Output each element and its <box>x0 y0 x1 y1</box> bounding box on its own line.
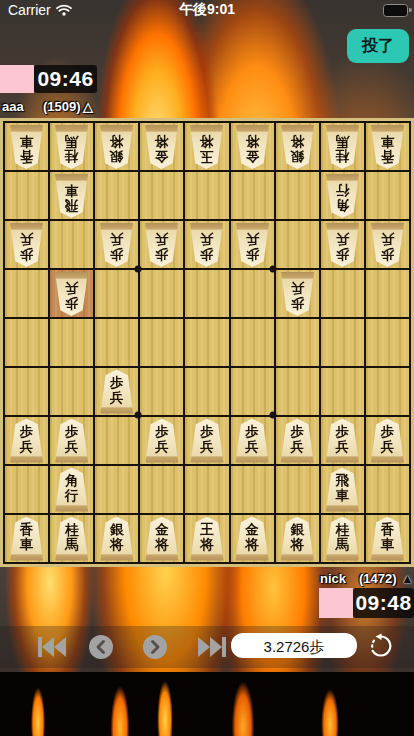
piece-kanji: 歩 <box>200 424 214 439</box>
step-forward-icon <box>143 647 167 662</box>
board-cell-r4c1[interactable] <box>5 270 48 317</box>
board-cell-r1c7[interactable]: 銀将 <box>276 123 319 170</box>
piece-kanji: 銀 <box>290 522 304 537</box>
shogi-board: 香車桂馬銀将金将玉将金将銀将桂馬香車飛車角行歩兵歩兵歩兵歩兵歩兵歩兵歩兵歩兵歩兵… <box>0 118 414 567</box>
shogi-piece-香車-gote[interactable]: 香車 <box>9 125 44 169</box>
board-cell-r3c2[interactable] <box>50 221 93 268</box>
board-cell-r5c7[interactable] <box>276 319 319 366</box>
piece-kanji: 車 <box>20 537 34 552</box>
top-player-name: aaa <box>2 99 24 114</box>
board-cell-r1c8[interactable]: 桂馬 <box>321 123 364 170</box>
star-point <box>270 266 277 273</box>
shogi-piece-歩兵-sente[interactable]: 歩兵 <box>144 419 179 463</box>
piece-kanji: 兵 <box>155 439 169 454</box>
board-cell-r7c9[interactable]: 歩兵 <box>366 417 409 464</box>
piece-kanji: 兵 <box>20 439 34 454</box>
piece-kanji: 兵 <box>110 232 124 247</box>
piece-kanji: 将 <box>290 134 304 149</box>
board-cell-r1c5[interactable]: 玉将 <box>185 123 228 170</box>
board-cell-r2c6[interactable] <box>231 172 274 219</box>
bottom-player-rating: (1472) <box>359 571 397 586</box>
piece-kanji: 歩 <box>336 247 350 262</box>
board-cell-r7c4[interactable]: 歩兵 <box>140 417 183 464</box>
board-cell-r7c3[interactable] <box>95 417 138 464</box>
piece-kanji: 歩 <box>65 296 79 311</box>
board-cell-r2c9[interactable] <box>366 172 409 219</box>
piece-kanji: 行 <box>336 183 350 198</box>
piece-kanji: 将 <box>155 134 169 149</box>
piece-kanji: 兵 <box>155 232 169 247</box>
step-back-button[interactable] <box>89 635 113 662</box>
star-point <box>135 412 142 419</box>
piece-kanji: 香 <box>20 149 34 164</box>
shogi-piece-歩兵-sente[interactable]: 歩兵 <box>235 419 270 463</box>
board-cell-r8c6[interactable] <box>231 466 274 513</box>
shogi-piece-歩兵-gote[interactable]: 歩兵 <box>54 272 89 316</box>
shogi-piece-歩兵-gote[interactable]: 歩兵 <box>370 223 405 267</box>
shogi-piece-桂馬-gote[interactable]: 桂馬 <box>54 125 89 169</box>
board-cell-r2c1[interactable] <box>5 172 48 219</box>
piece-kanji: 銀 <box>110 149 124 164</box>
board-cell-r3c4[interactable]: 歩兵 <box>140 221 183 268</box>
board-cell-r2c8[interactable]: 角行 <box>321 172 364 219</box>
board-cell-r4c4[interactable] <box>140 270 183 317</box>
piece-kanji: 兵 <box>245 232 259 247</box>
piece-kanji: 兵 <box>200 439 214 454</box>
board-cell-r6c3[interactable]: 歩兵 <box>95 368 138 415</box>
shogi-piece-角行-sente[interactable]: 角行 <box>54 468 89 512</box>
board-cell-r8c2[interactable]: 角行 <box>50 466 93 513</box>
piece-kanji: 行 <box>65 488 79 503</box>
piece-kanji: 歩 <box>245 424 259 439</box>
piece-kanji: 車 <box>336 488 350 503</box>
shogi-piece-銀将-sente[interactable]: 銀将 <box>280 517 315 561</box>
board-cell-r6c2[interactable] <box>50 368 93 415</box>
piece-kanji: 金 <box>155 522 169 537</box>
piece-kanji: 車 <box>381 134 395 149</box>
piece-kanji: 金 <box>155 149 169 164</box>
shogi-piece-歩兵-gote[interactable]: 歩兵 <box>325 223 360 267</box>
shogi-piece-香車-gote[interactable]: 香車 <box>370 125 405 169</box>
move-record-field[interactable]: 3.2726歩 <box>231 633 357 658</box>
piece-kanji: 香 <box>20 522 34 537</box>
board-cell-r4c7[interactable]: 歩兵 <box>276 270 319 317</box>
shogi-piece-歩兵-sente[interactable]: 歩兵 <box>280 419 315 463</box>
piece-kanji: 歩 <box>110 375 124 390</box>
shogi-piece-桂馬-gote[interactable]: 桂馬 <box>325 125 360 169</box>
piece-kanji: 角 <box>65 473 79 488</box>
star-point <box>270 412 277 419</box>
board-cell-r9c6[interactable]: 金将 <box>231 515 274 562</box>
piece-kanji: 桂 <box>65 149 79 164</box>
board-cell-r3c6[interactable]: 歩兵 <box>231 221 274 268</box>
board-cell-r3c5[interactable]: 歩兵 <box>185 221 228 268</box>
board-cell-r8c3[interactable] <box>95 466 138 513</box>
shogi-piece-歩兵-gote[interactable]: 歩兵 <box>280 272 315 316</box>
piece-kanji: 馬 <box>336 134 350 149</box>
piece-kanji: 馬 <box>65 537 79 552</box>
board-cell-r8c4[interactable] <box>140 466 183 513</box>
board-cell-r7c6[interactable]: 歩兵 <box>231 417 274 464</box>
top-player-side-mark: △ <box>83 99 93 114</box>
piece-kanji: 王 <box>200 522 214 537</box>
shogi-piece-銀将-gote[interactable]: 銀将 <box>280 125 315 169</box>
shogi-piece-玉将-gote[interactable]: 玉将 <box>189 125 224 169</box>
shogi-piece-歩兵-sente[interactable]: 歩兵 <box>325 419 360 463</box>
piece-kanji: 兵 <box>65 439 79 454</box>
shogi-piece-金将-sente[interactable]: 金将 <box>235 517 270 561</box>
shogi-piece-香車-sente[interactable]: 香車 <box>370 517 405 561</box>
refresh-button[interactable] <box>368 633 394 662</box>
piece-kanji: 飛 <box>336 473 350 488</box>
board-cell-r9c7[interactable]: 銀将 <box>276 515 319 562</box>
board-cell-r7c7[interactable]: 歩兵 <box>276 417 319 464</box>
board-cell-r6c4[interactable] <box>140 368 183 415</box>
board-cell-r5c2[interactable] <box>50 319 93 366</box>
piece-kanji: 将 <box>110 134 124 149</box>
app-screen: Carrier 午後9:01 投了 09:46 aaa (1509) △ 香車桂… <box>0 0 414 736</box>
shogi-piece-王将-sente[interactable]: 王将 <box>189 517 224 561</box>
shogi-piece-金将-gote[interactable]: 金将 <box>144 125 179 169</box>
board-cell-r8c5[interactable] <box>185 466 228 513</box>
piece-kanji: 銀 <box>290 149 304 164</box>
bottom-player-side-mark: ▲ <box>401 571 414 586</box>
piece-kanji: 香 <box>381 522 395 537</box>
board-cell-r5c5[interactable] <box>185 319 228 366</box>
skip-to-end-icon <box>197 646 227 661</box>
board-cell-r5c9[interactable] <box>366 319 409 366</box>
piece-kanji: 兵 <box>245 439 259 454</box>
board-cell-r3c3[interactable]: 歩兵 <box>95 221 138 268</box>
board-cell-r3c7[interactable] <box>276 221 319 268</box>
board-cell-r7c5[interactable]: 歩兵 <box>185 417 228 464</box>
board-cell-r4c8[interactable] <box>321 270 364 317</box>
board-cell-r7c2[interactable]: 歩兵 <box>50 417 93 464</box>
piece-kanji: 銀 <box>110 522 124 537</box>
board-cell-r8c7[interactable] <box>276 466 319 513</box>
piece-kanji: 兵 <box>336 232 350 247</box>
piece-kanji: 馬 <box>65 134 79 149</box>
clock-time: 午後9:01 <box>0 1 414 19</box>
piece-kanji: 兵 <box>20 232 34 247</box>
piece-kanji: 歩 <box>290 296 304 311</box>
board-cell-r4c5[interactable] <box>185 270 228 317</box>
piece-kanji: 将 <box>110 537 124 552</box>
board-cell-r6c9[interactable] <box>366 368 409 415</box>
board-cell-r4c6[interactable] <box>231 270 274 317</box>
step-forward-button[interactable] <box>143 635 167 662</box>
shogi-piece-歩兵-gote[interactable]: 歩兵 <box>9 223 44 267</box>
piece-kanji: 兵 <box>200 232 214 247</box>
resign-button[interactable]: 投了 <box>347 29 409 63</box>
refresh-icon <box>368 647 394 662</box>
star-point <box>135 266 142 273</box>
shogi-piece-歩兵-sente[interactable]: 歩兵 <box>189 419 224 463</box>
piece-kanji: 車 <box>381 537 395 552</box>
piece-kanji: 歩 <box>155 424 169 439</box>
piece-kanji: 兵 <box>381 439 395 454</box>
board-cell-r8c1[interactable] <box>5 466 48 513</box>
piece-kanji: 飛 <box>65 198 79 213</box>
board-cell-r7c8[interactable]: 歩兵 <box>321 417 364 464</box>
shogi-piece-歩兵-sente[interactable]: 歩兵 <box>54 419 89 463</box>
piece-kanji: 金 <box>245 149 259 164</box>
piece-kanji: 将 <box>245 537 259 552</box>
board-cell-r1c2[interactable]: 桂馬 <box>50 123 93 170</box>
piece-kanji: 金 <box>245 522 259 537</box>
piece-kanji: 将 <box>245 134 259 149</box>
board-cell-r2c3[interactable] <box>95 172 138 219</box>
board-cell-r1c1[interactable]: 香車 <box>5 123 48 170</box>
piece-kanji: 兵 <box>381 232 395 247</box>
piece-kanji: 兵 <box>290 281 304 296</box>
piece-kanji: 将 <box>200 134 214 149</box>
board-cell-r6c7[interactable] <box>276 368 319 415</box>
shogi-piece-金将-sente[interactable]: 金将 <box>144 517 179 561</box>
shogi-piece-飛車-sente[interactable]: 飛車 <box>325 468 360 512</box>
board-cell-r6c6[interactable] <box>231 368 274 415</box>
top-player-color-swatch <box>0 65 34 93</box>
piece-kanji: 車 <box>65 183 79 198</box>
board-cell-r4c2[interactable]: 歩兵 <box>50 270 93 317</box>
shogi-piece-歩兵-gote[interactable]: 歩兵 <box>189 223 224 267</box>
shogi-piece-歩兵-sente[interactable]: 歩兵 <box>370 419 405 463</box>
piece-kanji: 歩 <box>336 424 350 439</box>
shogi-piece-桂馬-sente[interactable]: 桂馬 <box>54 517 89 561</box>
board-cell-r2c7[interactable] <box>276 172 319 219</box>
piece-kanji: 将 <box>290 537 304 552</box>
board-cell-r5c4[interactable] <box>140 319 183 366</box>
shogi-piece-歩兵-gote[interactable]: 歩兵 <box>235 223 270 267</box>
board-cell-r3c1[interactable]: 歩兵 <box>5 221 48 268</box>
piece-kanji: 角 <box>336 198 350 213</box>
board-cell-r5c3[interactable] <box>95 319 138 366</box>
piece-kanji: 兵 <box>110 390 124 405</box>
shogi-piece-歩兵-gote[interactable]: 歩兵 <box>99 223 134 267</box>
board-cell-r5c8[interactable] <box>321 319 364 366</box>
shogi-piece-歩兵-sente[interactable]: 歩兵 <box>9 419 44 463</box>
shogi-piece-桂馬-sente[interactable]: 桂馬 <box>325 517 360 561</box>
board-cell-r5c1[interactable] <box>5 319 48 366</box>
shogi-piece-飛車-gote[interactable]: 飛車 <box>54 174 89 218</box>
shogi-piece-歩兵-gote[interactable]: 歩兵 <box>144 223 179 267</box>
piece-kanji: 歩 <box>381 424 395 439</box>
piece-kanji: 歩 <box>245 247 259 262</box>
board-cell-r9c1[interactable]: 香車 <box>5 515 48 562</box>
board-cell-r3c8[interactable]: 歩兵 <box>321 221 364 268</box>
status-bar: Carrier 午後9:01 <box>0 0 414 20</box>
shogi-piece-角行-gote[interactable]: 角行 <box>325 174 360 218</box>
piece-kanji: 将 <box>155 537 169 552</box>
shogi-piece-銀将-gote[interactable]: 銀将 <box>99 125 134 169</box>
piece-kanji: 歩 <box>290 424 304 439</box>
board-cell-r1c4[interactable]: 金将 <box>140 123 183 170</box>
shogi-piece-香車-sente[interactable]: 香車 <box>9 517 44 561</box>
board-cell-r9c8[interactable]: 桂馬 <box>321 515 364 562</box>
board-cell-r9c2[interactable]: 桂馬 <box>50 515 93 562</box>
board-cell-r3c9[interactable]: 歩兵 <box>366 221 409 268</box>
piece-kanji: 玉 <box>200 149 214 164</box>
board-cell-r9c3[interactable]: 銀将 <box>95 515 138 562</box>
board-cell-r4c9[interactable] <box>366 270 409 317</box>
skip-to-start-icon <box>37 646 67 661</box>
board-cell-r8c8[interactable]: 飛車 <box>321 466 364 513</box>
shogi-piece-銀将-sente[interactable]: 銀将 <box>99 517 134 561</box>
board-cell-r6c5[interactable] <box>185 368 228 415</box>
shogi-piece-金将-gote[interactable]: 金将 <box>235 125 270 169</box>
board-grid: 香車桂馬銀将金将玉将金将銀将桂馬香車飛車角行歩兵歩兵歩兵歩兵歩兵歩兵歩兵歩兵歩兵… <box>3 121 411 564</box>
piece-kanji: 歩 <box>110 247 124 262</box>
piece-kanji: 桂 <box>336 149 350 164</box>
board-cell-r2c5[interactable] <box>185 172 228 219</box>
piece-kanji: 歩 <box>200 247 214 262</box>
piece-kanji: 歩 <box>20 424 34 439</box>
board-cell-r1c3[interactable]: 銀将 <box>95 123 138 170</box>
skip-to-end-button[interactable] <box>197 636 227 661</box>
piece-kanji: 歩 <box>381 247 395 262</box>
piece-kanji: 将 <box>200 537 214 552</box>
bottom-player-name: nick <box>320 571 346 586</box>
board-cell-r4c3[interactable] <box>95 270 138 317</box>
top-player-clock: 09:46 <box>34 65 97 93</box>
shogi-piece-歩兵-sente[interactable]: 歩兵 <box>99 370 134 414</box>
board-cell-r1c9[interactable]: 香車 <box>366 123 409 170</box>
board-cell-r1c6[interactable]: 金将 <box>231 123 274 170</box>
piece-kanji: 馬 <box>336 537 350 552</box>
board-cell-r7c1[interactable]: 歩兵 <box>5 417 48 464</box>
piece-kanji: 歩 <box>65 424 79 439</box>
board-cell-r9c9[interactable]: 香車 <box>366 515 409 562</box>
board-cell-r6c1[interactable] <box>5 368 48 415</box>
piece-kanji: 歩 <box>20 247 34 262</box>
piece-kanji: 兵 <box>65 281 79 296</box>
step-back-icon <box>89 647 113 662</box>
board-cell-r9c4[interactable]: 金将 <box>140 515 183 562</box>
piece-kanji: 車 <box>20 134 34 149</box>
battery-icon <box>383 4 408 17</box>
bottom-player-clock: 09:48 <box>353 588 414 618</box>
board-cell-r2c2[interactable]: 飛車 <box>50 172 93 219</box>
piece-kanji: 桂 <box>65 522 79 537</box>
board-cell-r6c8[interactable] <box>321 368 364 415</box>
board-cell-r2c4[interactable] <box>140 172 183 219</box>
piece-kanji: 桂 <box>336 522 350 537</box>
bottom-player-color-swatch <box>319 588 353 618</box>
skip-to-start-button[interactable] <box>37 636 67 661</box>
top-player-rating: (1509) <box>43 99 81 114</box>
fire-background-strip <box>0 672 414 736</box>
board-cell-r5c6[interactable] <box>231 319 274 366</box>
piece-kanji: 兵 <box>336 439 350 454</box>
piece-kanji: 歩 <box>155 247 169 262</box>
board-cell-r9c5[interactable]: 王将 <box>185 515 228 562</box>
piece-kanji: 兵 <box>290 439 304 454</box>
piece-kanji: 香 <box>381 149 395 164</box>
board-cell-r8c9[interactable] <box>366 466 409 513</box>
